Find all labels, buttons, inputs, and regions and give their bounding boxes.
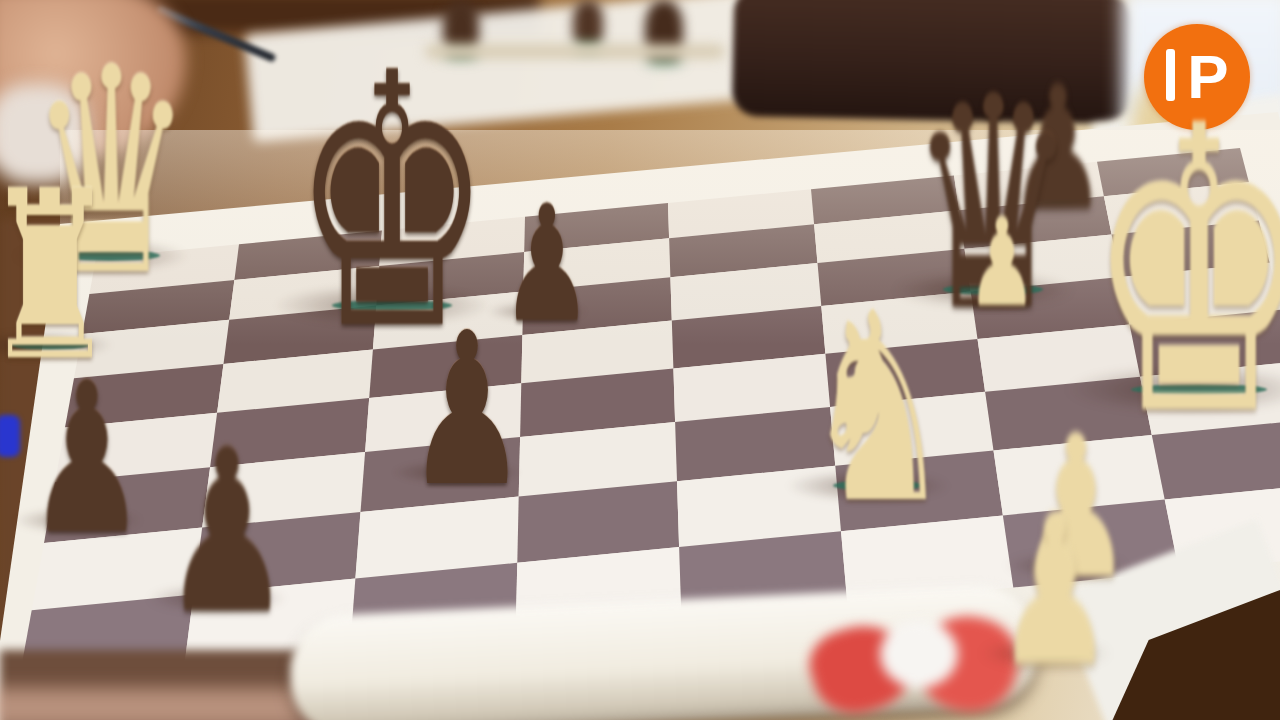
piece-felt-base bbox=[981, 292, 1023, 303]
photo-frame: ♟♛♛♟♚♟♜♚♟♞♟♟♟♟ P bbox=[0, 0, 1280, 720]
piece-felt-base bbox=[431, 466, 504, 477]
piece-white-pawn-captured: ♟ bbox=[995, 488, 1114, 696]
piece-shadow bbox=[952, 291, 1031, 307]
piece-felt-base bbox=[1029, 192, 1088, 203]
piece-white-queen: ♛ bbox=[29, 30, 193, 315]
piece-shadow bbox=[389, 459, 526, 486]
piece-felt-base bbox=[10, 339, 91, 350]
piece-white-pawn-g2: ♟ bbox=[1019, 409, 1132, 606]
piece-felt-base bbox=[1042, 559, 1110, 570]
piece-felt-base bbox=[332, 300, 453, 311]
piece-shadow bbox=[993, 188, 1103, 210]
piece-black-pawn-d6: ♟ bbox=[501, 184, 593, 345]
piece-black-pawn-b2: ♟ bbox=[162, 420, 291, 645]
piece-shadow bbox=[889, 271, 1078, 309]
piece-black-queen: ♛ bbox=[909, 59, 1077, 351]
piece-shadow bbox=[0, 330, 116, 360]
piece-shadow bbox=[1002, 553, 1130, 579]
channel-logo: P bbox=[1144, 24, 1250, 130]
piece-shadow bbox=[269, 283, 496, 328]
piece-felt-base bbox=[1131, 384, 1267, 395]
piece-shadow bbox=[1061, 364, 1280, 415]
piece-felt-base bbox=[62, 250, 160, 261]
piece-felt-base bbox=[51, 514, 123, 525]
logo-letter: P bbox=[1178, 40, 1238, 114]
piece-white-knight: ♞ bbox=[803, 279, 953, 540]
piece-felt-base bbox=[1019, 647, 1091, 658]
piece-shadow bbox=[9, 238, 194, 275]
piece-black-king: ♚ bbox=[292, 28, 493, 378]
piece-white-pawn-g5: ♟ bbox=[967, 202, 1037, 324]
piece-white-king: ♚ bbox=[1086, 76, 1280, 470]
piece-felt-base bbox=[519, 305, 575, 316]
piece-shadow bbox=[485, 301, 589, 322]
piece-felt-base bbox=[943, 284, 1044, 295]
logo-bar bbox=[1166, 49, 1175, 101]
piece-felt-base bbox=[833, 480, 923, 491]
piece-shadow bbox=[10, 507, 145, 534]
piece-black-pawn-c4: ♟ bbox=[406, 305, 527, 516]
piece-white-rook: ♜ bbox=[0, 160, 117, 393]
piece-shadow bbox=[978, 640, 1113, 667]
piece-felt-base bbox=[188, 592, 266, 603]
piece-shadow bbox=[144, 584, 290, 613]
piece-black-pawn-captured: ♟ bbox=[1010, 64, 1107, 233]
piece-black-pawn-a3: ♟ bbox=[27, 355, 146, 563]
pieces-layer: ♟♛♛♟♚♟♜♚♟♞♟♟♟♟ bbox=[0, 0, 1280, 720]
piece-shadow bbox=[783, 469, 952, 503]
